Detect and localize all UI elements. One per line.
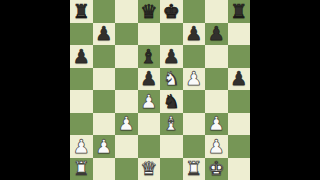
square-b7[interactable]: ♟ (93, 23, 116, 46)
piece-black-pawn[interactable]: ♟ (208, 24, 225, 43)
piece-black-pawn[interactable]: ♟ (163, 46, 180, 65)
square-a1[interactable]: ♜ (70, 158, 93, 181)
piece-black-pawn[interactable]: ♟ (95, 24, 112, 43)
square-a6[interactable]: ♟ (70, 45, 93, 68)
square-c1[interactable] (115, 158, 138, 181)
piece-black-knight[interactable]: ♞ (163, 91, 180, 110)
piece-white-rook[interactable]: ♜ (185, 159, 202, 178)
square-c3[interactable]: ♟ (115, 113, 138, 136)
square-a2[interactable]: ♟ (70, 135, 93, 158)
square-f6[interactable] (183, 45, 206, 68)
square-d7[interactable] (138, 23, 161, 46)
square-h7[interactable] (228, 23, 251, 46)
app-background: ♜♛♚♜♟♟♟♟♝♟♟♞♟♟♟♞♟♝♟♟♟♟♜♛♜♚ (0, 0, 320, 180)
square-f5[interactable]: ♟ (183, 68, 206, 91)
square-g6[interactable] (205, 45, 228, 68)
piece-white-pawn[interactable]: ♟ (185, 69, 202, 88)
square-c6[interactable] (115, 45, 138, 68)
piece-black-pawn[interactable]: ♟ (73, 46, 90, 65)
square-h4[interactable] (228, 90, 251, 113)
square-b2[interactable]: ♟ (93, 135, 116, 158)
square-d3[interactable] (138, 113, 161, 136)
square-d6[interactable]: ♝ (138, 45, 161, 68)
square-f1[interactable]: ♜ (183, 158, 206, 181)
square-g1[interactable]: ♚ (205, 158, 228, 181)
square-a8[interactable]: ♜ (70, 0, 93, 23)
square-b8[interactable] (93, 0, 116, 23)
square-c4[interactable] (115, 90, 138, 113)
square-c8[interactable] (115, 0, 138, 23)
piece-black-queen[interactable]: ♛ (140, 1, 157, 20)
piece-white-queen[interactable]: ♛ (140, 159, 157, 178)
piece-white-king[interactable]: ♚ (208, 159, 225, 178)
square-b6[interactable] (93, 45, 116, 68)
piece-white-rook[interactable]: ♜ (73, 159, 90, 178)
square-e7[interactable] (160, 23, 183, 46)
square-b3[interactable] (93, 113, 116, 136)
piece-white-pawn[interactable]: ♟ (208, 114, 225, 133)
square-f4[interactable] (183, 90, 206, 113)
square-e4[interactable]: ♞ (160, 90, 183, 113)
square-d5[interactable]: ♟ (138, 68, 161, 91)
square-f2[interactable] (183, 135, 206, 158)
square-e1[interactable] (160, 158, 183, 181)
piece-black-pawn[interactable]: ♟ (185, 24, 202, 43)
square-c7[interactable] (115, 23, 138, 46)
square-e5[interactable]: ♞ (160, 68, 183, 91)
square-a4[interactable] (70, 90, 93, 113)
square-h6[interactable] (228, 45, 251, 68)
square-h5[interactable]: ♟ (228, 68, 251, 91)
square-h3[interactable] (228, 113, 251, 136)
square-d8[interactable]: ♛ (138, 0, 161, 23)
piece-black-rook[interactable]: ♜ (73, 1, 90, 20)
square-c5[interactable] (115, 68, 138, 91)
piece-white-bishop[interactable]: ♝ (163, 114, 180, 133)
piece-white-pawn[interactable]: ♟ (95, 136, 112, 155)
square-e8[interactable]: ♚ (160, 0, 183, 23)
square-e6[interactable]: ♟ (160, 45, 183, 68)
piece-black-pawn[interactable]: ♟ (230, 69, 247, 88)
square-b4[interactable] (93, 90, 116, 113)
square-d1[interactable]: ♛ (138, 158, 161, 181)
square-h2[interactable] (228, 135, 251, 158)
square-g7[interactable]: ♟ (205, 23, 228, 46)
square-c2[interactable] (115, 135, 138, 158)
square-g4[interactable] (205, 90, 228, 113)
square-f3[interactable] (183, 113, 206, 136)
piece-white-pawn[interactable]: ♟ (208, 136, 225, 155)
square-e3[interactable]: ♝ (160, 113, 183, 136)
square-d2[interactable] (138, 135, 161, 158)
square-h1[interactable] (228, 158, 251, 181)
square-f7[interactable]: ♟ (183, 23, 206, 46)
square-f8[interactable] (183, 0, 206, 23)
square-b1[interactable] (93, 158, 116, 181)
square-g5[interactable] (205, 68, 228, 91)
square-d4[interactable]: ♟ (138, 90, 161, 113)
piece-black-bishop[interactable]: ♝ (140, 46, 157, 65)
square-e2[interactable] (160, 135, 183, 158)
piece-white-pawn[interactable]: ♟ (73, 136, 90, 155)
piece-white-pawn[interactable]: ♟ (118, 114, 135, 133)
piece-white-pawn[interactable]: ♟ (140, 91, 157, 110)
square-a3[interactable] (70, 113, 93, 136)
square-b5[interactable] (93, 68, 116, 91)
square-h8[interactable]: ♜ (228, 0, 251, 23)
piece-white-knight[interactable]: ♞ (163, 69, 180, 88)
square-g2[interactable]: ♟ (205, 135, 228, 158)
chessboard: ♜♛♚♜♟♟♟♟♝♟♟♞♟♟♟♞♟♝♟♟♟♟♜♛♜♚ (70, 0, 250, 180)
square-g8[interactable] (205, 0, 228, 23)
piece-black-pawn[interactable]: ♟ (140, 69, 157, 88)
piece-black-rook[interactable]: ♜ (230, 1, 247, 20)
square-a5[interactable] (70, 68, 93, 91)
piece-black-king[interactable]: ♚ (163, 1, 180, 20)
square-g3[interactable]: ♟ (205, 113, 228, 136)
square-a7[interactable] (70, 23, 93, 46)
